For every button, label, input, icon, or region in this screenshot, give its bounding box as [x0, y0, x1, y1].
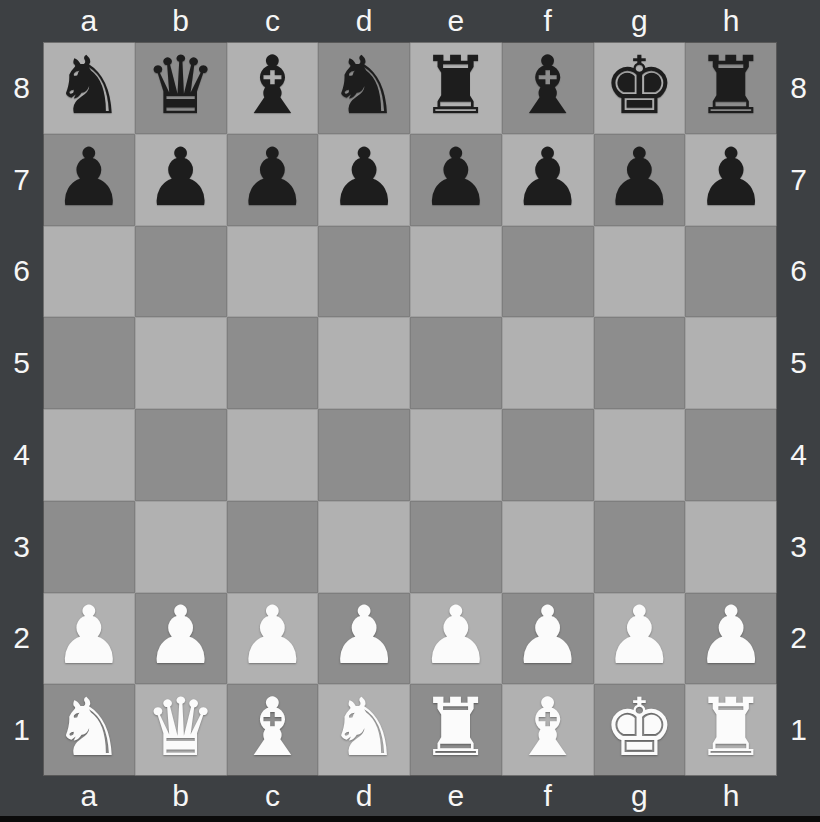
square-e2[interactable]: ♟	[410, 593, 502, 685]
square-f8[interactable]: ♝	[502, 42, 594, 134]
square-f4[interactable]	[502, 409, 594, 501]
rank-label-8: 8	[777, 42, 820, 134]
square-e6[interactable]	[410, 226, 502, 318]
square-c8[interactable]: ♝	[227, 42, 319, 134]
piece-black-knight-a8[interactable]: ♞	[53, 46, 125, 126]
square-b7[interactable]: ♟	[135, 134, 227, 226]
piece-white-rook-h1[interactable]: ♜	[695, 688, 767, 768]
piece-white-pawn-f2[interactable]: ♟	[512, 596, 584, 676]
square-f1[interactable]: ♝	[502, 684, 594, 776]
file-label-d: d	[318, 776, 410, 816]
square-g1[interactable]: ♚	[594, 684, 686, 776]
file-label-b: b	[135, 776, 227, 816]
rank-label-6: 6	[0, 226, 43, 318]
file-label-e: e	[410, 776, 502, 816]
piece-white-pawn-e2[interactable]: ♟	[420, 596, 492, 676]
rank-label-4: 4	[777, 409, 820, 501]
rank-label-2: 2	[777, 593, 820, 685]
square-b8[interactable]: ♛	[135, 42, 227, 134]
piece-white-knight-a1[interactable]: ♞	[53, 688, 125, 768]
rank-label-5: 5	[0, 317, 43, 409]
square-d8[interactable]: ♞	[318, 42, 410, 134]
rank-label-1: 1	[0, 684, 43, 776]
square-g3[interactable]	[594, 501, 686, 593]
square-b2[interactable]: ♟	[135, 593, 227, 685]
piece-black-knight-d8[interactable]: ♞	[328, 46, 400, 126]
square-h5[interactable]	[685, 317, 777, 409]
rank-labels-left: 87654321	[0, 42, 43, 776]
file-labels-bottom: abcdefgh	[43, 776, 777, 816]
square-c2[interactable]: ♟	[227, 593, 319, 685]
square-a3[interactable]	[43, 501, 135, 593]
square-c4[interactable]	[227, 409, 319, 501]
square-d2[interactable]: ♟	[318, 593, 410, 685]
piece-white-king-g1[interactable]: ♚	[604, 688, 676, 768]
square-e3[interactable]	[410, 501, 502, 593]
square-d5[interactable]	[318, 317, 410, 409]
square-d1[interactable]: ♞	[318, 684, 410, 776]
file-label-e: e	[410, 0, 502, 42]
square-g4[interactable]	[594, 409, 686, 501]
piece-black-pawn-b7[interactable]: ♟	[145, 138, 217, 218]
square-a6[interactable]	[43, 226, 135, 318]
file-label-b: b	[135, 0, 227, 42]
rank-label-7: 7	[0, 134, 43, 226]
square-g2[interactable]: ♟	[594, 593, 686, 685]
square-g7[interactable]: ♟	[594, 134, 686, 226]
square-b3[interactable]	[135, 501, 227, 593]
square-c7[interactable]: ♟	[227, 134, 319, 226]
file-label-c: c	[227, 776, 319, 816]
square-f2[interactable]: ♟	[502, 593, 594, 685]
piece-black-pawn-d7[interactable]: ♟	[328, 138, 400, 218]
piece-black-bishop-c8[interactable]: ♝	[237, 46, 309, 126]
square-a8[interactable]: ♞	[43, 42, 135, 134]
piece-white-pawn-c2[interactable]: ♟	[237, 596, 309, 676]
piece-white-pawn-g2[interactable]: ♟	[604, 596, 676, 676]
square-h7[interactable]: ♟	[685, 134, 777, 226]
square-h1[interactable]: ♜	[685, 684, 777, 776]
square-e1[interactable]: ♜	[410, 684, 502, 776]
piece-black-pawn-g7[interactable]: ♟	[604, 138, 676, 218]
file-label-g: g	[594, 0, 686, 42]
piece-white-rook-e1[interactable]: ♜	[420, 688, 492, 768]
piece-black-pawn-f7[interactable]: ♟	[512, 138, 584, 218]
square-a4[interactable]	[43, 409, 135, 501]
square-h4[interactable]	[685, 409, 777, 501]
square-h8[interactable]: ♜	[685, 42, 777, 134]
piece-white-pawn-b2[interactable]: ♟	[145, 596, 217, 676]
file-label-d: d	[318, 0, 410, 42]
piece-black-rook-h8[interactable]: ♜	[695, 46, 767, 126]
board-row: 87654321 ♞♛♝♞♜♝♚♜♟♟♟♟♟♟♟♟♟♟♟♟♟♟♟♟♞♛♝♞♜♝♚…	[0, 42, 820, 776]
file-label-a: a	[43, 776, 135, 816]
square-e8[interactable]: ♜	[410, 42, 502, 134]
square-g5[interactable]	[594, 317, 686, 409]
file-labels-top: abcdefgh	[43, 0, 777, 42]
square-b1[interactable]: ♛	[135, 684, 227, 776]
rank-label-6: 6	[777, 226, 820, 318]
file-label-a: a	[43, 0, 135, 42]
square-c5[interactable]	[227, 317, 319, 409]
square-d3[interactable]	[318, 501, 410, 593]
rank-label-5: 5	[777, 317, 820, 409]
piece-black-pawn-h7[interactable]: ♟	[695, 138, 767, 218]
file-label-h: h	[685, 776, 777, 816]
square-c3[interactable]	[227, 501, 319, 593]
square-g8[interactable]: ♚	[594, 42, 686, 134]
file-label-f: f	[502, 776, 594, 816]
square-a5[interactable]	[43, 317, 135, 409]
rank-label-2: 2	[0, 593, 43, 685]
square-g6[interactable]	[594, 226, 686, 318]
piece-black-pawn-a7[interactable]: ♟	[53, 138, 125, 218]
square-d7[interactable]: ♟	[318, 134, 410, 226]
piece-white-queen-b1[interactable]: ♛	[145, 688, 217, 768]
square-b5[interactable]	[135, 317, 227, 409]
square-f3[interactable]	[502, 501, 594, 593]
bottom-border-strip	[0, 816, 820, 822]
square-h6[interactable]	[685, 226, 777, 318]
square-b6[interactable]	[135, 226, 227, 318]
rank-label-7: 7	[777, 134, 820, 226]
square-e4[interactable]	[410, 409, 502, 501]
square-b4[interactable]	[135, 409, 227, 501]
square-a1[interactable]: ♞	[43, 684, 135, 776]
square-f7[interactable]: ♟	[502, 134, 594, 226]
square-f6[interactable]	[502, 226, 594, 318]
piece-black-bishop-f8[interactable]: ♝	[512, 46, 584, 126]
rank-label-3: 3	[777, 501, 820, 593]
piece-white-pawn-d2[interactable]: ♟	[328, 596, 400, 676]
piece-black-king-g8[interactable]: ♚	[604, 46, 676, 126]
piece-black-pawn-c7[interactable]: ♟	[237, 138, 309, 218]
piece-black-rook-e8[interactable]: ♜	[420, 46, 492, 126]
piece-black-pawn-e7[interactable]: ♟	[420, 138, 492, 218]
chess-board: ♞♛♝♞♜♝♚♜♟♟♟♟♟♟♟♟♟♟♟♟♟♟♟♟♞♛♝♞♜♝♚♜	[43, 42, 777, 776]
file-label-f: f	[502, 0, 594, 42]
square-d4[interactable]	[318, 409, 410, 501]
piece-white-bishop-f1[interactable]: ♝	[512, 688, 584, 768]
rank-label-3: 3	[0, 501, 43, 593]
piece-white-pawn-h2[interactable]: ♟	[695, 596, 767, 676]
square-h2[interactable]: ♟	[685, 593, 777, 685]
rank-labels-right: 87654321	[777, 42, 820, 776]
square-h3[interactable]	[685, 501, 777, 593]
file-label-c: c	[227, 0, 319, 42]
piece-white-knight-d1[interactable]: ♞	[328, 688, 400, 768]
file-label-g: g	[594, 776, 686, 816]
rank-label-8: 8	[0, 42, 43, 134]
file-label-h: h	[685, 0, 777, 42]
square-e5[interactable]	[410, 317, 502, 409]
square-e7[interactable]: ♟	[410, 134, 502, 226]
square-a7[interactable]: ♟	[43, 134, 135, 226]
rank-label-4: 4	[0, 409, 43, 501]
piece-white-bishop-c1[interactable]: ♝	[237, 688, 309, 768]
chessboard-app: abcdefgh 87654321 ♞♛♝♞♜♝♚♜♟♟♟♟♟♟♟♟♟♟♟♟♟♟…	[0, 0, 820, 822]
square-c6[interactable]	[227, 226, 319, 318]
rank-label-1: 1	[777, 684, 820, 776]
square-f5[interactable]	[502, 317, 594, 409]
square-a2[interactable]: ♟	[43, 593, 135, 685]
square-d6[interactable]	[318, 226, 410, 318]
piece-black-queen-b8[interactable]: ♛	[145, 46, 217, 126]
piece-white-pawn-a2[interactable]: ♟	[53, 596, 125, 676]
square-c1[interactable]: ♝	[227, 684, 319, 776]
